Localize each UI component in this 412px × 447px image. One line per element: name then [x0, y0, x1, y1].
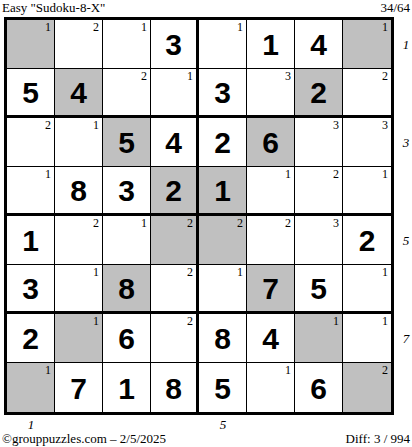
corner-mark: 1 — [141, 20, 147, 34]
cell-r8c7[interactable]: 6 — [295, 363, 343, 412]
cell-r1c1[interactable]: 1 — [7, 20, 55, 69]
cell-r7c8[interactable]: 1 — [343, 314, 391, 363]
cell-value: 3 — [118, 176, 135, 206]
cell-r5c3[interactable]: 1 — [103, 216, 151, 265]
corner-mark: 2 — [382, 69, 388, 83]
cell-r1c8[interactable]: 1 — [343, 20, 391, 69]
puzzle-title: Easy "Sudoku-8-X" — [0, 0, 105, 15]
corner-mark: 2 — [187, 216, 193, 230]
cell-r8c8[interactable]: 2 — [343, 363, 391, 412]
cell-r7c3[interactable]: 6 — [103, 314, 151, 363]
cell-r4c4[interactable]: 2 — [151, 167, 199, 216]
corner-mark: 1 — [382, 265, 388, 279]
corner-mark: 2 — [187, 265, 193, 279]
cell-r1c7[interactable]: 4 — [295, 20, 343, 69]
cell-r1c2[interactable]: 2 — [55, 20, 103, 69]
cell-r1c6[interactable]: 1 — [247, 20, 295, 69]
row-label-1: 1 — [398, 37, 412, 53]
cell-r2c8[interactable]: 2 — [343, 69, 391, 118]
cell-value: 8 — [165, 374, 182, 404]
cell-r4c3[interactable]: 3 — [103, 167, 151, 216]
cell-r4c7[interactable]: 2 — [295, 167, 343, 216]
cell-r6c7[interactable]: 5 — [295, 265, 343, 314]
row-label-5: 5 — [398, 233, 412, 249]
corner-mark: 2 — [45, 118, 51, 132]
cell-value: 1 — [22, 226, 39, 256]
cell-r8c4[interactable]: 8 — [151, 363, 199, 412]
cell-value: 2 — [214, 128, 231, 158]
cell-r6c4[interactable]: 2 — [151, 265, 199, 314]
cell-value: 5 — [118, 128, 135, 158]
cell-r2c3[interactable]: 2 — [103, 69, 151, 118]
cell-value: 6 — [310, 374, 327, 404]
corner-mark: 1 — [45, 20, 51, 34]
cell-r6c3[interactable]: 8 — [103, 265, 151, 314]
cell-r6c6[interactable]: 7 — [247, 265, 295, 314]
difficulty-stat: Diff: 3 / 994 — [346, 431, 412, 447]
cell-r5c5[interactable]: 2 — [199, 216, 247, 265]
cell-r8c3[interactable]: 1 — [103, 363, 151, 412]
corner-mark: 2 — [285, 216, 291, 230]
cell-r1c5[interactable]: 1 — [199, 20, 247, 69]
corner-mark: 2 — [333, 167, 339, 181]
cell-r4c5[interactable]: 1 — [199, 167, 247, 216]
cell-value: 7 — [70, 374, 87, 404]
corner-mark: 1 — [93, 314, 99, 328]
cell-r7c2[interactable]: 1 — [55, 314, 103, 363]
corner-mark: 2 — [187, 314, 193, 328]
corner-mark: 1 — [93, 118, 99, 132]
cell-r3c6[interactable]: 6 — [247, 118, 295, 167]
cell-r5c4[interactable]: 2 — [151, 216, 199, 265]
corner-mark: 3 — [285, 69, 291, 83]
cell-r3c1[interactable]: 2 — [7, 118, 55, 167]
cell-r3c2[interactable]: 1 — [55, 118, 103, 167]
cell-value: 1 — [118, 374, 135, 404]
row-label-3: 3 — [398, 135, 412, 151]
cell-value: 5 — [22, 78, 39, 108]
header-bar: Easy "Sudoku-8-X" 34/64 — [0, 0, 412, 17]
cell-r6c5[interactable]: 1 — [199, 265, 247, 314]
cell-value: 8 — [118, 274, 135, 304]
cell-r7c7[interactable]: 1 — [295, 314, 343, 363]
cell-value: 4 — [262, 324, 279, 354]
cell-r3c4[interactable]: 4 — [151, 118, 199, 167]
cell-value: 2 — [22, 324, 39, 354]
cell-value: 3 — [214, 78, 231, 108]
cell-r8c2[interactable]: 7 — [55, 363, 103, 412]
corner-mark: 1 — [285, 167, 291, 181]
cell-r2c4[interactable]: 1 — [151, 69, 199, 118]
sudoku-grid: 1213114154213322215426331832112112122232… — [4, 17, 394, 415]
cell-r6c8[interactable]: 1 — [343, 265, 391, 314]
cell-r4c8[interactable]: 1 — [343, 167, 391, 216]
cell-r5c1[interactable]: 1 — [7, 216, 55, 265]
progress-counter: 34/64 — [380, 0, 412, 15]
cell-value: 4 — [310, 30, 327, 60]
cell-r5c7[interactable]: 3 — [295, 216, 343, 265]
cell-r2c6[interactable]: 3 — [247, 69, 295, 118]
cell-r3c7[interactable]: 3 — [295, 118, 343, 167]
corner-mark: 1 — [382, 167, 388, 181]
corner-mark: 1 — [382, 20, 388, 34]
cell-value: 6 — [118, 324, 135, 354]
cell-r8c6[interactable]: 1 — [247, 363, 295, 412]
cell-r6c2[interactable]: 1 — [55, 265, 103, 314]
cell-r8c1[interactable]: 1 — [7, 363, 55, 412]
cell-value: 8 — [214, 324, 231, 354]
corner-mark: 3 — [382, 118, 388, 132]
corner-mark: 1 — [237, 265, 243, 279]
cell-value: 3 — [165, 30, 182, 60]
corner-mark: 1 — [141, 216, 147, 230]
cell-r5c2[interactable]: 2 — [55, 216, 103, 265]
board-area: 1213114154213322215426331832112112122232… — [4, 17, 412, 433]
footer-bar: ©grouppuzzles.com – 2/5/2025 Diff: 3 / 9… — [0, 431, 412, 447]
cell-value: 3 — [22, 274, 39, 304]
cell-r4c1[interactable]: 1 — [7, 167, 55, 216]
cell-value: 4 — [70, 78, 87, 108]
cell-r3c5[interactable]: 2 — [199, 118, 247, 167]
copyright-date: ©grouppuzzles.com – 2/5/2025 — [0, 431, 166, 447]
cell-value: 2 — [359, 226, 376, 256]
cell-r1c4[interactable]: 3 — [151, 20, 199, 69]
corner-mark: 2 — [382, 363, 388, 377]
cell-value: 8 — [70, 176, 87, 206]
corner-mark: 3 — [333, 118, 339, 132]
corner-mark: 2 — [237, 216, 243, 230]
corner-mark: 2 — [141, 69, 147, 83]
corner-mark: 1 — [45, 167, 51, 181]
row-label-7: 7 — [398, 331, 412, 347]
cell-r6c1[interactable]: 3 — [7, 265, 55, 314]
cell-r2c1[interactable]: 5 — [7, 69, 55, 118]
cell-r2c5[interactable]: 3 — [199, 69, 247, 118]
corner-mark: 1 — [285, 363, 291, 377]
corner-mark: 3 — [333, 216, 339, 230]
cell-r8c5[interactable]: 5 — [199, 363, 247, 412]
corner-mark: 1 — [187, 69, 193, 83]
cell-value: 6 — [262, 128, 279, 158]
cell-value: 5 — [214, 374, 231, 404]
corner-mark: 1 — [93, 265, 99, 279]
cell-r4c6[interactable]: 1 — [247, 167, 295, 216]
cell-value: 1 — [214, 176, 231, 206]
cell-value: 1 — [262, 30, 279, 60]
cell-value: 2 — [165, 176, 182, 206]
cell-r7c4[interactable]: 2 — [151, 314, 199, 363]
corner-mark: 1 — [45, 363, 51, 377]
cell-r7c1[interactable]: 2 — [7, 314, 55, 363]
cell-r1c3[interactable]: 1 — [103, 20, 151, 69]
cell-value: 4 — [165, 128, 182, 158]
cell-r7c6[interactable]: 4 — [247, 314, 295, 363]
corner-mark: 1 — [382, 314, 388, 328]
cell-r3c3[interactable]: 5 — [103, 118, 151, 167]
cell-r2c2[interactable]: 4 — [55, 69, 103, 118]
cell-r3c8[interactable]: 3 — [343, 118, 391, 167]
corner-mark: 2 — [93, 216, 99, 230]
cell-value: 5 — [310, 274, 327, 304]
cell-r4c2[interactable]: 8 — [55, 167, 103, 216]
cell-value: 7 — [262, 274, 279, 304]
cell-r7c5[interactable]: 8 — [199, 314, 247, 363]
corner-mark: 1 — [237, 20, 243, 34]
cell-r5c6[interactable]: 2 — [247, 216, 295, 265]
corner-mark: 2 — [93, 20, 99, 34]
cell-r5c8[interactable]: 2 — [343, 216, 391, 265]
cell-value: 2 — [310, 78, 327, 108]
corner-mark: 1 — [333, 314, 339, 328]
cell-r2c7[interactable]: 2 — [295, 69, 343, 118]
